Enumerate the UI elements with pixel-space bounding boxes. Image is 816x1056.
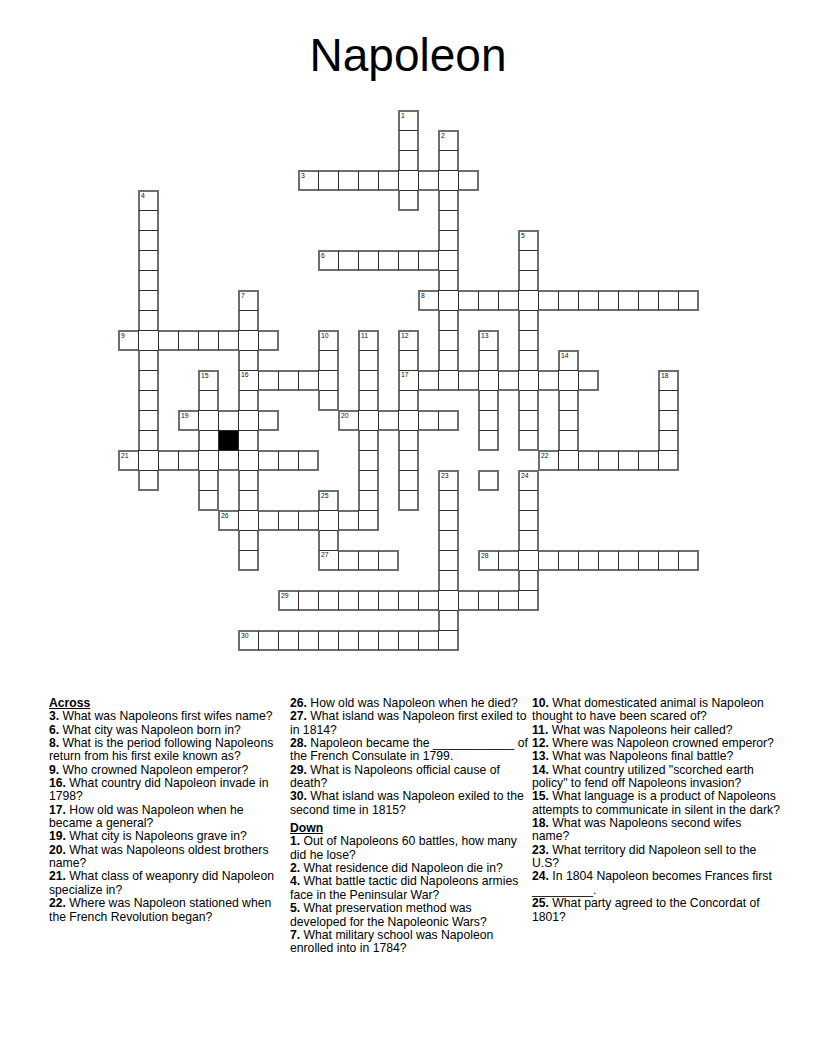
grid-cell[interactable]: 21: [118, 450, 139, 471]
grid-cell[interactable]: [478, 350, 499, 371]
clue-number: 21.: [49, 869, 66, 883]
grid-cell[interactable]: [438, 350, 459, 371]
grid-cell[interactable]: [558, 550, 579, 571]
clue-down-23: 23. What territory did Napoleon sell to …: [532, 844, 780, 871]
grid-cell[interactable]: [358, 430, 379, 451]
cell-number: 3: [301, 172, 305, 180]
grid-cell[interactable]: [498, 290, 519, 311]
grid-cell[interactable]: 22: [538, 450, 559, 471]
grid-cell[interactable]: [258, 450, 279, 471]
across-clue-list-1: 3. What was Napoleons first wifes name?6…: [49, 710, 289, 924]
grid-cell[interactable]: [438, 570, 459, 591]
grid-cell[interactable]: [558, 370, 579, 391]
clue-number: 9.: [49, 763, 59, 777]
grid-cell[interactable]: [158, 330, 179, 351]
clue-down-12: 12. Where was Napoleon crowned emperor?: [532, 737, 780, 750]
grid-cell[interactable]: [238, 350, 259, 371]
grid-cell[interactable]: [578, 550, 599, 571]
grid-cell[interactable]: [378, 630, 399, 651]
grid-cell[interactable]: [498, 370, 519, 391]
grid-cell[interactable]: [518, 290, 539, 311]
grid-cell[interactable]: [358, 490, 379, 511]
grid-cell[interactable]: [138, 350, 159, 371]
grid-cell[interactable]: [398, 170, 419, 191]
grid-cell[interactable]: [238, 470, 259, 491]
clue-across-19: 19. What city is Napoleons grave in?: [49, 830, 289, 843]
clue-across-6: 6. What city was Napoleon born in?: [49, 724, 289, 737]
grid-cell[interactable]: [418, 370, 439, 391]
grid-cell[interactable]: [518, 570, 539, 591]
cell-number: 30: [241, 632, 249, 640]
grid-cell[interactable]: [538, 550, 559, 571]
grid-cell[interactable]: [178, 330, 199, 351]
grid-cell[interactable]: [518, 510, 539, 531]
grid-cell[interactable]: [138, 370, 159, 391]
grid-cell[interactable]: [438, 530, 459, 551]
clue-number: 17.: [49, 803, 66, 817]
grid-cell[interactable]: [438, 210, 459, 231]
grid-cell[interactable]: [458, 290, 479, 311]
clue-number: 18.: [532, 816, 549, 830]
cell-number: 9: [121, 332, 125, 340]
grid-cell[interactable]: 13: [478, 330, 499, 351]
grid-cell[interactable]: 24: [518, 470, 539, 491]
grid-cell[interactable]: [338, 510, 359, 531]
grid-cell[interactable]: [318, 590, 339, 611]
grid-cell[interactable]: [138, 210, 159, 231]
grid-cell[interactable]: [238, 410, 259, 431]
grid-cell[interactable]: [438, 310, 459, 331]
grid-cell[interactable]: [318, 510, 339, 531]
grid-cell[interactable]: [238, 510, 259, 531]
clue-number: 14.: [532, 763, 549, 777]
grid-cell[interactable]: [198, 430, 219, 451]
grid-cell[interactable]: [398, 350, 419, 371]
clue-number: 27.: [290, 709, 307, 723]
down-clue-list-1: 1. Out of Napoleons 60 battles, how many…: [290, 835, 530, 955]
clue-column-middle: 26. How old was Napoleon when he died?27…: [290, 697, 530, 956]
grid-cell[interactable]: [398, 390, 419, 411]
grid-cell[interactable]: [478, 370, 499, 391]
grid-cell[interactable]: [658, 410, 679, 431]
grid-cell[interactable]: [238, 310, 259, 331]
clue-down-15: 15. What language is a product of Napole…: [532, 790, 780, 817]
grid-cell[interactable]: [598, 450, 619, 471]
grid-cell[interactable]: 3: [298, 170, 319, 191]
cell-number: 19: [181, 412, 189, 420]
grid-cell[interactable]: [638, 290, 659, 311]
grid-cell[interactable]: [158, 450, 179, 471]
grid-cell[interactable]: 19: [178, 410, 199, 431]
grid-cell[interactable]: [578, 450, 599, 471]
grid-cell[interactable]: [458, 590, 479, 611]
grid-cell[interactable]: [358, 350, 379, 371]
grid-cell[interactable]: 17: [398, 370, 419, 391]
grid-cell[interactable]: [338, 550, 359, 571]
grid-cell[interactable]: [438, 250, 459, 271]
grid-cell[interactable]: [658, 550, 679, 571]
grid-cell[interactable]: [358, 630, 379, 651]
grid-cell[interactable]: [238, 330, 259, 351]
grid-cell[interactable]: [238, 390, 259, 411]
grid-cell[interactable]: [418, 590, 439, 611]
clue-across-26: 26. How old was Napoleon when he died?: [290, 697, 530, 710]
grid-cell[interactable]: [318, 350, 339, 371]
grid-cell[interactable]: [518, 430, 539, 451]
clue-number: 11.: [532, 723, 548, 737]
grid-cell[interactable]: [498, 590, 519, 611]
clue-number: 16.: [49, 776, 66, 790]
grid-cell[interactable]: [658, 290, 679, 311]
grid-cell[interactable]: 23: [438, 470, 459, 491]
grid-cell[interactable]: 25: [318, 490, 339, 511]
cell-number: 4: [141, 192, 145, 200]
grid-cell[interactable]: [318, 630, 339, 651]
grid-cell[interactable]: [638, 450, 659, 471]
grid-cell[interactable]: [398, 410, 419, 431]
grid-cell[interactable]: [518, 390, 539, 411]
cell-number: 24: [521, 472, 529, 480]
clue-number: 1.: [290, 834, 300, 848]
grid-cell[interactable]: [678, 550, 699, 571]
grid-cell[interactable]: [518, 270, 539, 291]
grid-cell[interactable]: [138, 390, 159, 411]
clue-number: 25.: [532, 896, 549, 910]
grid-cell[interactable]: [398, 590, 419, 611]
grid-cell[interactable]: [438, 190, 459, 211]
grid-cell[interactable]: [398, 470, 419, 491]
grid-cell[interactable]: [438, 290, 459, 311]
grid-cell[interactable]: [238, 450, 259, 471]
grid-cell[interactable]: [438, 370, 459, 391]
grid-cell[interactable]: 16: [238, 370, 259, 391]
grid-cell[interactable]: [358, 510, 379, 531]
grid-cell[interactable]: [558, 290, 579, 311]
grid-cell[interactable]: [398, 430, 419, 451]
grid-cell[interactable]: [598, 550, 619, 571]
clue-number: 8.: [49, 736, 59, 750]
grid-cell[interactable]: [358, 590, 379, 611]
grid-cell[interactable]: [138, 250, 159, 271]
grid-cell[interactable]: 14: [558, 350, 579, 371]
grid-cell[interactable]: [238, 550, 259, 571]
grid-cell[interactable]: [618, 450, 639, 471]
grid-cell[interactable]: [138, 330, 159, 351]
grid-cell[interactable]: 5: [518, 230, 539, 251]
clue-down-11: 11. What was Napoleons heir called?: [532, 724, 780, 737]
grid-cell[interactable]: [198, 450, 219, 471]
grid-cell[interactable]: [578, 370, 599, 391]
grid-cell[interactable]: [598, 290, 619, 311]
grid-cell[interactable]: [558, 390, 579, 411]
grid-cell[interactable]: 10: [318, 330, 339, 351]
grid-cell[interactable]: [418, 410, 439, 431]
grid-cell[interactable]: [438, 630, 459, 651]
grid-cell[interactable]: [498, 550, 519, 571]
clue-down-7: 7. What military school was Napoleon enr…: [290, 929, 530, 956]
cell-number: 14: [561, 352, 569, 360]
grid-cell[interactable]: [578, 290, 599, 311]
grid-cell[interactable]: [518, 350, 539, 371]
grid-cell[interactable]: [318, 390, 339, 411]
clue-across-3: 3. What was Napoleons first wifes name?: [49, 710, 289, 723]
cell-number: 11: [361, 332, 368, 340]
grid-cell[interactable]: [438, 610, 459, 631]
grid-cell[interactable]: [418, 250, 439, 271]
grid-cell[interactable]: [518, 410, 539, 431]
grid-cell[interactable]: [318, 370, 339, 391]
cell-number: 7: [241, 292, 245, 300]
clue-number: 29.: [290, 763, 307, 777]
grid-cell[interactable]: [138, 430, 159, 451]
clue-across-28: 28. Napoleon became the ____________ of …: [290, 737, 530, 764]
grid-cell[interactable]: [298, 370, 319, 391]
clue-number: 28.: [290, 736, 307, 750]
grid-cell[interactable]: [238, 430, 259, 451]
grid-cell[interactable]: [378, 590, 399, 611]
grid-cell[interactable]: [298, 450, 319, 471]
grid-cell[interactable]: [658, 430, 679, 451]
grid-cell[interactable]: [398, 130, 419, 151]
clue-across-17: 17. How old was Napoleon when he became …: [49, 804, 289, 831]
clue-across-16: 16. What country did Napoleon invade in …: [49, 777, 289, 804]
grid-cell[interactable]: [358, 470, 379, 491]
grid-cell[interactable]: [358, 550, 379, 571]
clue-across-21: 21. What class of weaponry did Napoleon …: [49, 870, 289, 897]
clue-number: 4.: [290, 874, 300, 888]
grid-cell[interactable]: [278, 630, 299, 651]
grid-cell[interactable]: 11: [358, 330, 379, 351]
grid-cell[interactable]: 2: [438, 130, 459, 151]
clue-number: 26.: [290, 696, 307, 710]
grid-cell[interactable]: [678, 290, 699, 311]
grid-cell[interactable]: [618, 290, 639, 311]
grid-cell[interactable]: [478, 470, 499, 491]
clue-down-10: 10. What domesticated animal is Napoleon…: [532, 697, 780, 724]
cell-number: 26: [221, 512, 229, 520]
grid-cell[interactable]: [638, 550, 659, 571]
grid-cell[interactable]: 26: [218, 510, 239, 531]
clue-column-down: 10. What domesticated animal is Napoleon…: [532, 697, 780, 924]
grid-cell[interactable]: [338, 630, 359, 651]
grid-cell[interactable]: [258, 410, 279, 431]
grid-cell[interactable]: 8: [418, 290, 439, 311]
grid-cell[interactable]: [478, 390, 499, 411]
grid-cell[interactable]: [398, 630, 419, 651]
clue-across-9: 9. Who crowned Napoleon emperor?: [49, 764, 289, 777]
grid-cell[interactable]: [258, 510, 279, 531]
grid-cell[interactable]: [318, 530, 339, 551]
grid-cell[interactable]: [618, 550, 639, 571]
grid-cell[interactable]: [358, 250, 379, 271]
grid-cell[interactable]: 27: [318, 550, 339, 571]
grid-cell[interactable]: [258, 330, 279, 351]
grid-cell[interactable]: [438, 150, 459, 171]
grid-cell[interactable]: [418, 170, 439, 191]
grid-cell[interactable]: 30: [238, 630, 259, 651]
grid-cell[interactable]: 6: [318, 250, 339, 271]
cell-number: 21: [121, 452, 129, 460]
clue-number: 30.: [290, 789, 307, 803]
clue-number: 22.: [49, 896, 66, 910]
clue-down-14: 14. What country utilized "scorched eart…: [532, 764, 780, 791]
grid-cell[interactable]: [258, 370, 279, 391]
clue-column-across: Across 3. What was Napoleons first wifes…: [49, 697, 289, 924]
grid-cell[interactable]: [258, 630, 279, 651]
across-header: Across: [49, 697, 289, 710]
clue-across-29: 29. What is Napoleons official cause of …: [290, 764, 530, 791]
grid-cell[interactable]: [558, 430, 579, 451]
clue-number: 23.: [532, 843, 549, 857]
grid-cell[interactable]: [238, 530, 259, 551]
grid-cell[interactable]: [518, 310, 539, 331]
grid-cell[interactable]: [278, 370, 299, 391]
grid-cell[interactable]: [298, 630, 319, 651]
grid-cell[interactable]: [478, 290, 499, 311]
grid-cell[interactable]: [138, 450, 159, 471]
grid-cell[interactable]: [338, 170, 359, 191]
grid-cell[interactable]: [358, 450, 379, 471]
grid-cell[interactable]: [358, 170, 379, 191]
grid-cell[interactable]: [138, 410, 159, 431]
grid-cell[interactable]: [418, 630, 439, 651]
grid-cell[interactable]: [658, 390, 679, 411]
grid-cell[interactable]: [198, 490, 219, 511]
grid-cell[interactable]: [298, 510, 319, 531]
grid-cell[interactable]: [138, 470, 159, 491]
grid-cell[interactable]: 1: [398, 110, 419, 131]
grid-cell[interactable]: [378, 550, 399, 571]
grid-cell[interactable]: [378, 170, 399, 191]
grid-cell[interactable]: [398, 150, 419, 171]
grid-cell[interactable]: [338, 590, 359, 611]
grid-cell[interactable]: [358, 390, 379, 411]
grid-cell[interactable]: [438, 230, 459, 251]
cell-number: 16: [241, 371, 249, 379]
clue-number: 2.: [290, 861, 300, 875]
grid-cell[interactable]: [358, 410, 379, 431]
grid-cell[interactable]: [298, 590, 319, 611]
grid-cell[interactable]: [438, 270, 459, 291]
grid-cell[interactable]: [438, 510, 459, 531]
grid-cell[interactable]: 15: [198, 370, 219, 391]
cell-number: 22: [541, 452, 549, 460]
clue-down-1: 1. Out of Napoleons 60 battles, how many…: [290, 835, 530, 862]
clue-down-25: 25. What party agreed to the Concordat o…: [532, 897, 780, 924]
grid-cell[interactable]: [138, 270, 159, 291]
grid-cell[interactable]: [218, 330, 239, 351]
grid-cell[interactable]: [198, 410, 219, 431]
grid-cell[interactable]: [398, 490, 419, 511]
grid-cell[interactable]: [338, 250, 359, 271]
grid-cell[interactable]: [138, 290, 159, 311]
grid-cell[interactable]: [238, 490, 259, 511]
clue-across-27: 27. What island was Napoleon first exile…: [290, 710, 530, 737]
grid-cell[interactable]: 12: [398, 330, 419, 351]
grid-cell[interactable]: [278, 510, 299, 531]
grid-cell[interactable]: [398, 450, 419, 471]
grid-cell[interactable]: [518, 330, 539, 351]
grid-cell[interactable]: 9: [118, 330, 139, 351]
grid-cell[interactable]: [398, 190, 419, 211]
grid-cell[interactable]: [138, 310, 159, 331]
clue-number: 10.: [532, 696, 549, 710]
grid-cell[interactable]: [518, 250, 539, 271]
grid-cell[interactable]: [518, 550, 539, 571]
grid-cell[interactable]: 29: [278, 590, 299, 611]
grid-cell[interactable]: [438, 590, 459, 611]
cell-number: 25: [321, 492, 329, 500]
grid-cell[interactable]: 7: [238, 290, 259, 311]
grid-cell[interactable]: [478, 590, 499, 611]
clue-across-30: 30. What island was Napoleon exiled to t…: [290, 790, 530, 817]
grid-cell[interactable]: [438, 410, 459, 431]
grid-cell[interactable]: [438, 490, 459, 511]
clue-number: 12.: [532, 736, 549, 750]
grid-cell[interactable]: [198, 470, 219, 491]
down-clue-list-2: 10. What domesticated animal is Napoleon…: [532, 697, 780, 924]
cell-number: 12: [401, 332, 409, 340]
grid-cell[interactable]: [218, 450, 239, 471]
grid-cell[interactable]: [658, 450, 679, 471]
grid-cell[interactable]: [438, 330, 459, 351]
grid-cell[interactable]: [538, 290, 559, 311]
grid-cell[interactable]: [518, 590, 539, 611]
grid-cell[interactable]: [518, 490, 539, 511]
grid-cell[interactable]: [458, 170, 479, 191]
grid-cell[interactable]: [518, 530, 539, 551]
grid-cell[interactable]: [278, 450, 299, 471]
cell-number: 1: [401, 112, 405, 120]
clue-across-8: 8. What is the period following Napoleon…: [49, 737, 289, 764]
grid-cell[interactable]: [318, 170, 339, 191]
grid-cell[interactable]: [378, 250, 399, 271]
cell-number: 10: [321, 332, 329, 340]
clue-number: 15.: [532, 789, 549, 803]
cell-number: 6: [321, 252, 325, 260]
grid-cell[interactable]: [438, 550, 459, 571]
grid-cell[interactable]: [478, 430, 499, 451]
grid-cell[interactable]: [378, 410, 399, 431]
clue-down-2: 2. What residence did Napoleon die in?: [290, 862, 530, 875]
cell-number: 13: [481, 332, 489, 340]
grid-cell[interactable]: [558, 410, 579, 431]
grid-cell[interactable]: [438, 170, 459, 191]
clue-down-4: 4. What battle tactic did Napoleons armi…: [290, 875, 530, 902]
grid-cell[interactable]: 20: [338, 410, 359, 431]
grid-cell[interactable]: [478, 410, 499, 431]
grid-cell[interactable]: [398, 250, 419, 271]
clue-down-13: 13. What was Napoleons final battle?: [532, 750, 780, 763]
crossword-worksheet: Napoleon 1234567891011121314151617181920…: [0, 0, 816, 1056]
grid-cell[interactable]: [538, 370, 559, 391]
grid-cell[interactable]: [138, 230, 159, 251]
cell-number: 2: [441, 132, 445, 140]
grid-cell[interactable]: [518, 370, 539, 391]
across-clue-list-2: 26. How old was Napoleon when he died?27…: [290, 697, 530, 817]
grid-cell[interactable]: [458, 370, 479, 391]
grid-cell[interactable]: 4: [138, 190, 159, 211]
grid-cell[interactable]: [558, 450, 579, 471]
grid-cell[interactable]: [198, 390, 219, 411]
grid-cell[interactable]: [218, 410, 239, 431]
grid-cell[interactable]: [178, 450, 199, 471]
grid-cell[interactable]: 28: [478, 550, 499, 571]
cell-number: 20: [341, 412, 349, 420]
grid-cell[interactable]: [358, 370, 379, 391]
grid-cell[interactable]: 18: [658, 370, 679, 391]
grid-cell[interactable]: [198, 330, 219, 351]
